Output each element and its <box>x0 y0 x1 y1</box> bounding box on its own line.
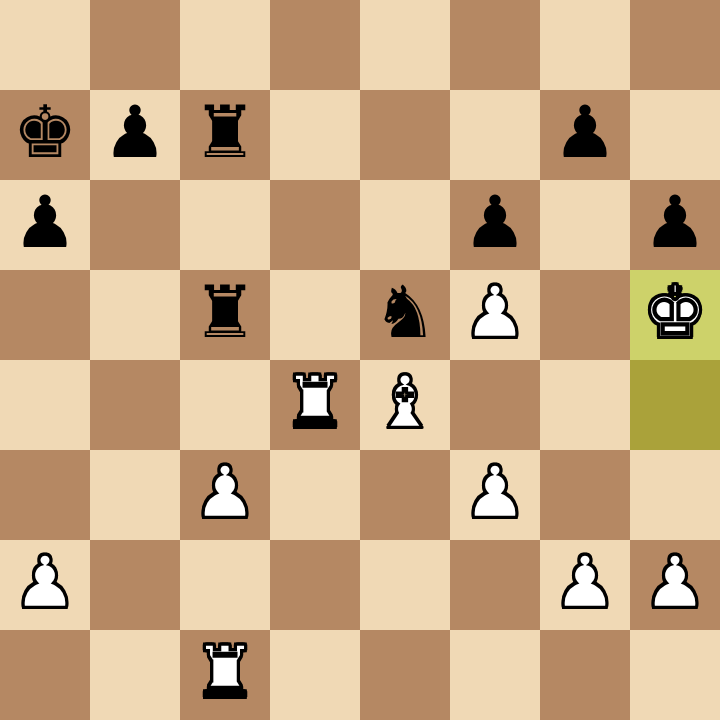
black-pawn[interactable]: ♟ <box>103 90 168 177</box>
square-d3[interactable] <box>270 450 360 540</box>
square-h1[interactable] <box>630 630 720 720</box>
square-a6[interactable]: ♟ <box>0 180 90 270</box>
square-g4[interactable] <box>540 360 630 450</box>
black-rook[interactable]: ♜ <box>193 270 258 357</box>
square-f7[interactable] <box>450 90 540 180</box>
square-a8[interactable] <box>0 0 90 90</box>
square-e3[interactable] <box>360 450 450 540</box>
square-b6[interactable] <box>90 180 180 270</box>
square-f6[interactable]: ♟ <box>450 180 540 270</box>
square-b8[interactable] <box>90 0 180 90</box>
black-king[interactable]: ♚ <box>13 90 78 177</box>
square-f4[interactable] <box>450 360 540 450</box>
white-pawn[interactable]: ♟ <box>463 270 528 357</box>
square-h7[interactable] <box>630 90 720 180</box>
white-pawn[interactable]: ♟ <box>13 540 78 627</box>
square-c3[interactable]: ♟ <box>180 450 270 540</box>
black-pawn[interactable]: ♟ <box>13 180 78 267</box>
square-f8[interactable] <box>450 0 540 90</box>
square-d8[interactable] <box>270 0 360 90</box>
square-g2[interactable]: ♟ <box>540 540 630 630</box>
square-c2[interactable] <box>180 540 270 630</box>
square-f1[interactable] <box>450 630 540 720</box>
square-a3[interactable] <box>0 450 90 540</box>
black-pawn[interactable]: ♟ <box>463 180 528 267</box>
black-pawn[interactable]: ♟ <box>643 180 708 267</box>
square-c8[interactable] <box>180 0 270 90</box>
square-a2[interactable]: ♟ <box>0 540 90 630</box>
white-bishop[interactable]: ♝ <box>373 360 438 447</box>
square-e1[interactable] <box>360 630 450 720</box>
square-e4[interactable]: ♝ <box>360 360 450 450</box>
black-pawn[interactable]: ♟ <box>553 90 618 177</box>
square-g3[interactable] <box>540 450 630 540</box>
white-pawn[interactable]: ♟ <box>643 540 708 627</box>
square-a1[interactable] <box>0 630 90 720</box>
black-rook[interactable]: ♜ <box>193 90 258 177</box>
square-c6[interactable] <box>180 180 270 270</box>
square-f5[interactable]: ♟ <box>450 270 540 360</box>
square-f3[interactable]: ♟ <box>450 450 540 540</box>
square-h5[interactable]: ♚ <box>630 270 720 360</box>
square-b2[interactable] <box>90 540 180 630</box>
square-g8[interactable] <box>540 0 630 90</box>
square-b3[interactable] <box>90 450 180 540</box>
square-d2[interactable] <box>270 540 360 630</box>
square-e7[interactable] <box>360 90 450 180</box>
square-b7[interactable]: ♟ <box>90 90 180 180</box>
square-h4[interactable] <box>630 360 720 450</box>
chess-board: ♚♟♜♟♟♟♟♜♞♟♚♜♝♟♟♟♟♟♜ <box>0 0 720 720</box>
white-rook[interactable]: ♜ <box>283 360 348 447</box>
square-e6[interactable] <box>360 180 450 270</box>
black-knight[interactable]: ♞ <box>373 270 438 357</box>
square-d5[interactable] <box>270 270 360 360</box>
white-pawn[interactable]: ♟ <box>463 450 528 537</box>
square-g7[interactable]: ♟ <box>540 90 630 180</box>
square-b1[interactable] <box>90 630 180 720</box>
square-e8[interactable] <box>360 0 450 90</box>
square-h8[interactable] <box>630 0 720 90</box>
square-g6[interactable] <box>540 180 630 270</box>
square-d4[interactable]: ♜ <box>270 360 360 450</box>
square-e5[interactable]: ♞ <box>360 270 450 360</box>
square-a4[interactable] <box>0 360 90 450</box>
white-pawn[interactable]: ♟ <box>553 540 618 627</box>
square-g1[interactable] <box>540 630 630 720</box>
white-pawn[interactable]: ♟ <box>193 450 258 537</box>
square-h6[interactable]: ♟ <box>630 180 720 270</box>
white-king[interactable]: ♚ <box>643 270 708 357</box>
square-d6[interactable] <box>270 180 360 270</box>
square-e2[interactable] <box>360 540 450 630</box>
square-c1[interactable]: ♜ <box>180 630 270 720</box>
square-a7[interactable]: ♚ <box>0 90 90 180</box>
square-c7[interactable]: ♜ <box>180 90 270 180</box>
white-rook[interactable]: ♜ <box>193 630 258 717</box>
square-h3[interactable] <box>630 450 720 540</box>
square-a5[interactable] <box>0 270 90 360</box>
square-b4[interactable] <box>90 360 180 450</box>
square-h2[interactable]: ♟ <box>630 540 720 630</box>
square-d7[interactable] <box>270 90 360 180</box>
square-c5[interactable]: ♜ <box>180 270 270 360</box>
square-c4[interactable] <box>180 360 270 450</box>
square-d1[interactable] <box>270 630 360 720</box>
square-f2[interactable] <box>450 540 540 630</box>
square-b5[interactable] <box>90 270 180 360</box>
square-g5[interactable] <box>540 270 630 360</box>
